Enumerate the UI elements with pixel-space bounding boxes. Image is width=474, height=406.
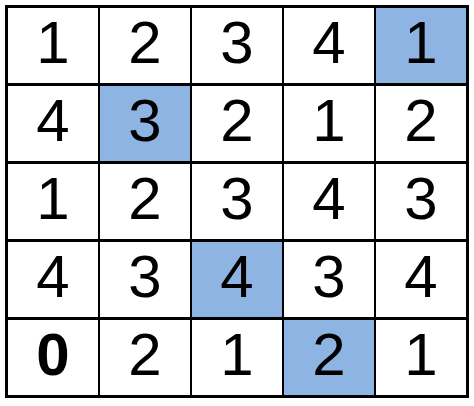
grid-cell-r3c4[interactable]: 4	[376, 242, 466, 317]
grid-cell-r4c4[interactable]: 1	[376, 320, 466, 395]
grid-cell-r4c1[interactable]: 2	[100, 320, 190, 395]
grid-cell-r2c1[interactable]: 2	[100, 164, 190, 239]
grid-cell-r1c3[interactable]: 1	[284, 86, 374, 161]
grid-cell-r3c0[interactable]: 4	[8, 242, 98, 317]
grid-cell-r4c3[interactable]: 2	[284, 320, 374, 395]
grid-cell-r2c4[interactable]: 3	[376, 164, 466, 239]
grid-cell-r0c2[interactable]: 3	[192, 8, 282, 83]
grid-cell-r0c3[interactable]: 4	[284, 8, 374, 83]
grid-cell-r3c2[interactable]: 4	[192, 242, 282, 317]
grid-cell-r1c2[interactable]: 2	[192, 86, 282, 161]
grid-cell-r4c2[interactable]: 1	[192, 320, 282, 395]
grid-cell-r1c4[interactable]: 2	[376, 86, 466, 161]
puzzle-grid: 1 2 3 4 1 4 3 2 1 2 1 2 3 4 3 4 3 4 3 4 …	[5, 5, 469, 398]
grid-cell-r1c1[interactable]: 3	[100, 86, 190, 161]
grid-cell-r3c3[interactable]: 3	[284, 242, 374, 317]
grid-cell-r3c1[interactable]: 3	[100, 242, 190, 317]
grid-cell-r2c0[interactable]: 1	[8, 164, 98, 239]
grid-cell-r2c3[interactable]: 4	[284, 164, 374, 239]
grid-cell-r0c4[interactable]: 1	[376, 8, 466, 83]
grid-cell-r2c2[interactable]: 3	[192, 164, 282, 239]
grid-cell-r1c0[interactable]: 4	[8, 86, 98, 161]
grid-cell-r4c0[interactable]: 0	[8, 320, 98, 395]
grid-cell-r0c1[interactable]: 2	[100, 8, 190, 83]
grid-cell-r0c0[interactable]: 1	[8, 8, 98, 83]
